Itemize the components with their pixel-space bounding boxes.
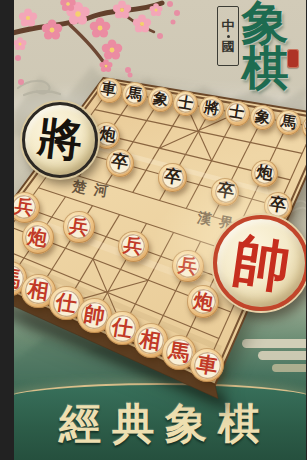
- piece-face: 炮: [189, 287, 218, 316]
- piece-character: 兵: [14, 197, 35, 219]
- piece-character: 車: [305, 118, 306, 135]
- featured-black-general: 將: [22, 102, 98, 178]
- piece-face: 車: [192, 350, 222, 380]
- big-black-character: 將: [35, 115, 84, 164]
- piece-face: 炮: [24, 223, 53, 252]
- piece-face: 將: [200, 97, 222, 119]
- piece-character: 將: [203, 100, 220, 117]
- country-char-bottom: 國: [222, 40, 235, 54]
- red-chariot[interactable]: 車: [190, 348, 225, 383]
- country-dot: [227, 35, 230, 38]
- piece-character: 兵: [68, 216, 89, 238]
- featured-red-general: 帥: [213, 215, 306, 311]
- piece-face: 炮: [95, 123, 119, 147]
- piece-face: 車: [303, 116, 306, 138]
- piece-character: 帥: [83, 304, 107, 328]
- piece-character: 炮: [98, 126, 117, 145]
- piece-face: 兵: [65, 213, 93, 241]
- piece-character: 卒: [110, 153, 129, 172]
- red-cannon[interactable]: 炮: [187, 285, 219, 317]
- piece-character: 相: [26, 279, 50, 303]
- red-seal-stamp: [287, 49, 299, 68]
- red-cannon[interactable]: 炮: [22, 221, 54, 253]
- piece-character: 馬: [280, 114, 297, 131]
- piece-character: 炮: [192, 290, 214, 312]
- big-red-character: 帥: [229, 231, 293, 295]
- black-horse[interactable]: 馬: [276, 110, 301, 135]
- country-char-top: 中: [222, 19, 235, 33]
- piece-character: 士: [229, 105, 246, 122]
- title-char-top: 象: [238, 1, 292, 46]
- piece-character: 相: [139, 328, 163, 352]
- piece-character: 炮: [27, 226, 49, 248]
- piece-face: 卒: [107, 151, 132, 176]
- piece-character: 馬: [167, 341, 191, 365]
- piece-character: 車: [195, 353, 219, 377]
- black-chariot[interactable]: 車: [302, 115, 307, 140]
- piece-character: 仕: [55, 291, 79, 315]
- game-title: 象 棋: [238, 1, 292, 91]
- country-label-frame: 中 國: [217, 6, 239, 66]
- xiangqi-splash-screen: 經典象棋 楚河 漢界 車馬象士將士象馬車炮炮卒卒卒卒卒兵兵兵兵兵炮炮車馬相仕帥仕…: [14, 0, 306, 460]
- title-char-bottom: 棋: [238, 46, 292, 91]
- piece-face: 馬: [277, 111, 299, 133]
- piece-face: 象: [252, 107, 274, 129]
- piece-character: 象: [254, 109, 271, 126]
- red-soldier[interactable]: 兵: [63, 211, 94, 242]
- black-advisor[interactable]: 士: [225, 101, 250, 126]
- piece-face: 兵: [14, 194, 38, 222]
- black-elephant[interactable]: 象: [250, 105, 275, 130]
- piece-face: 士: [226, 102, 248, 124]
- black-general[interactable]: 將: [199, 96, 224, 121]
- red-soldier[interactable]: 兵: [14, 192, 40, 223]
- plum-blossom-branch: [14, 0, 200, 111]
- black-soldier[interactable]: 卒: [106, 149, 134, 177]
- piece-character: 兵: [123, 236, 144, 258]
- piece-character: 仕: [111, 316, 135, 340]
